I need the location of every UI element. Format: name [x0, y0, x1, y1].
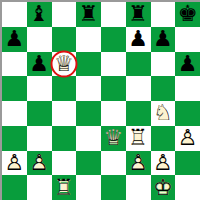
square-e3[interactable]: ♛♕ [101, 126, 126, 151]
black-pawn: ♟ [2, 27, 27, 52]
black-pawn: ♟ [151, 27, 176, 52]
black-pawn: ♟ [126, 27, 151, 52]
square-d4[interactable] [76, 101, 101, 126]
square-h2[interactable] [175, 151, 200, 176]
square-a4[interactable] [2, 101, 27, 126]
square-a3[interactable] [2, 126, 27, 151]
piece-outline: ♙ [151, 151, 176, 176]
square-f4[interactable] [126, 101, 151, 126]
square-b7[interactable] [27, 27, 52, 52]
black-pawn: ♟ [175, 52, 200, 77]
black-pawn: ♟ [27, 52, 52, 77]
white-pawn: ♟♙ [126, 151, 151, 176]
square-d2[interactable] [76, 151, 101, 176]
square-e7[interactable] [101, 27, 126, 52]
piece-fill: ♜ [126, 2, 151, 27]
square-h7[interactable] [175, 27, 200, 52]
piece-fill: ♟ [175, 52, 200, 77]
black-bishop: ♝ [27, 2, 52, 27]
square-b5[interactable] [27, 76, 52, 101]
chess-board: ♝♜♜♚♟♟♟♟♛♕♟♞♘♛♕♜♖♟♙♟♙♟♙♟♙♟♙♜♖♚♔ [0, 0, 200, 200]
square-f8[interactable]: ♜ [126, 2, 151, 27]
white-pawn: ♟♙ [27, 151, 52, 176]
white-pawn: ♟♙ [2, 151, 27, 176]
white-rook: ♜♖ [52, 175, 77, 200]
square-d8[interactable]: ♜ [76, 2, 101, 27]
piece-fill: ♜ [76, 2, 101, 27]
piece-outline: ♘ [151, 101, 176, 126]
piece-outline: ♙ [2, 151, 27, 176]
square-c8[interactable] [52, 2, 77, 27]
square-e8[interactable] [101, 2, 126, 27]
piece-outline: ♙ [27, 151, 52, 176]
black-rook: ♜ [126, 2, 151, 27]
piece-fill: ♟ [151, 27, 176, 52]
piece-fill: ♚ [175, 2, 200, 27]
square-g7[interactable]: ♟ [151, 27, 176, 52]
square-c6[interactable]: ♛♕ [52, 52, 77, 77]
square-g2[interactable]: ♟♙ [151, 151, 176, 176]
square-a6[interactable] [2, 52, 27, 77]
square-g6[interactable] [151, 52, 176, 77]
square-c2[interactable] [52, 151, 77, 176]
piece-outline: ♖ [52, 175, 77, 200]
piece-fill: ♟ [126, 27, 151, 52]
piece-outline: ♕ [52, 52, 77, 77]
square-f3[interactable]: ♜♖ [126, 126, 151, 151]
black-king: ♚ [175, 2, 200, 27]
square-f5[interactable] [126, 76, 151, 101]
piece-fill: ♟ [2, 27, 27, 52]
square-d6[interactable] [76, 52, 101, 77]
square-c5[interactable] [52, 76, 77, 101]
square-h3[interactable]: ♟♙ [175, 126, 200, 151]
square-a1[interactable] [2, 175, 27, 200]
square-h5[interactable] [175, 76, 200, 101]
square-e2[interactable] [101, 151, 126, 176]
white-knight: ♞♘ [151, 101, 176, 126]
square-g1[interactable]: ♚♔ [151, 175, 176, 200]
white-rook: ♜♖ [126, 126, 151, 151]
square-g5[interactable] [151, 76, 176, 101]
square-c4[interactable] [52, 101, 77, 126]
white-king: ♚♔ [151, 175, 176, 200]
square-g3[interactable] [151, 126, 176, 151]
white-queen: ♛♕ [101, 126, 126, 151]
square-d1[interactable] [76, 175, 101, 200]
square-e4[interactable] [101, 101, 126, 126]
square-d3[interactable] [76, 126, 101, 151]
square-a2[interactable]: ♟♙ [2, 151, 27, 176]
square-h6[interactable]: ♟ [175, 52, 200, 77]
board-grid: ♝♜♜♚♟♟♟♟♛♕♟♞♘♛♕♜♖♟♙♟♙♟♙♟♙♟♙♜♖♚♔ [2, 2, 200, 200]
square-c1[interactable]: ♜♖ [52, 175, 77, 200]
piece-fill: ♟ [27, 52, 52, 77]
square-c7[interactable] [52, 27, 77, 52]
square-h1[interactable] [175, 175, 200, 200]
square-b3[interactable] [27, 126, 52, 151]
square-d5[interactable] [76, 76, 101, 101]
square-h4[interactable] [175, 101, 200, 126]
piece-outline: ♔ [151, 175, 176, 200]
square-d7[interactable] [76, 27, 101, 52]
square-a7[interactable]: ♟ [2, 27, 27, 52]
square-e1[interactable] [101, 175, 126, 200]
square-f7[interactable]: ♟ [126, 27, 151, 52]
piece-outline: ♙ [175, 126, 200, 151]
piece-fill: ♝ [27, 2, 52, 27]
square-g8[interactable] [151, 2, 176, 27]
square-b1[interactable] [27, 175, 52, 200]
square-h8[interactable]: ♚ [175, 2, 200, 27]
white-pawn: ♟♙ [175, 126, 200, 151]
square-b2[interactable]: ♟♙ [27, 151, 52, 176]
piece-outline: ♖ [126, 126, 151, 151]
square-g4[interactable]: ♞♘ [151, 101, 176, 126]
square-f6[interactable] [126, 52, 151, 77]
square-a5[interactable] [2, 76, 27, 101]
white-pawn: ♟♙ [151, 151, 176, 176]
black-rook: ♜ [76, 2, 101, 27]
square-e5[interactable] [101, 76, 126, 101]
square-b8[interactable]: ♝ [27, 2, 52, 27]
square-a8[interactable] [2, 2, 27, 27]
piece-outline: ♕ [101, 126, 126, 151]
square-e6[interactable] [101, 52, 126, 77]
piece-outline: ♙ [126, 151, 151, 176]
square-f1[interactable] [126, 175, 151, 200]
square-b4[interactable] [27, 101, 52, 126]
square-f2[interactable]: ♟♙ [126, 151, 151, 176]
square-c3[interactable] [52, 126, 77, 151]
square-b6[interactable]: ♟ [27, 52, 52, 77]
white-queen: ♛♕ [52, 52, 77, 77]
